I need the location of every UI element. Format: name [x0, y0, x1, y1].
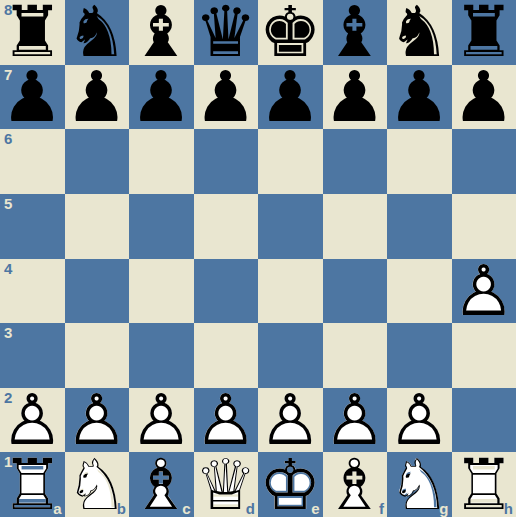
piece-white-pawn[interactable]: ♟♙ [452, 259, 516, 324]
piece-glyph-outline: ♙ [0, 388, 65, 453]
piece-glyph: ♚ [258, 0, 323, 65]
piece-glyph-outline: ♙ [129, 388, 194, 453]
piece-glyph: ♟ [129, 65, 194, 130]
square-d3[interactable] [194, 323, 259, 388]
piece-glyph: ♜ [452, 452, 516, 517]
square-e7[interactable]: ♟ [258, 65, 323, 130]
piece-glyph: ♜ [0, 452, 65, 517]
square-g7[interactable]: ♟ [387, 65, 452, 130]
square-b6[interactable] [65, 129, 130, 194]
square-d5[interactable] [194, 194, 259, 259]
piece-glyph: ♟ [387, 65, 452, 130]
square-h1[interactable]: h♜♖ [452, 452, 516, 517]
rank-label-5: 5 [4, 196, 12, 211]
square-f3[interactable] [323, 323, 388, 388]
square-e4[interactable] [258, 259, 323, 324]
piece-glyph-outline: ♙ [387, 388, 452, 453]
piece-glyph-outline: ♙ [194, 388, 259, 453]
piece-black-bishop[interactable]: ♝ [129, 0, 194, 65]
square-a2[interactable]: 2♟♙ [0, 388, 65, 453]
piece-white-rook[interactable]: ♜♖ [0, 452, 65, 517]
piece-glyph-outline: ♘ [65, 452, 130, 517]
piece-glyph: ♞ [387, 452, 452, 517]
square-a3[interactable]: 3 [0, 323, 65, 388]
square-f1[interactable]: f♝♗ [323, 452, 388, 517]
square-c2[interactable]: ♟♙ [129, 388, 194, 453]
piece-black-pawn[interactable]: ♟ [0, 65, 65, 130]
piece-glyph: ♟ [258, 65, 323, 130]
piece-glyph: ♛ [194, 0, 259, 65]
piece-glyph-outline: ♙ [258, 388, 323, 453]
square-b3[interactable] [65, 323, 130, 388]
piece-glyph: ♟ [323, 65, 388, 130]
square-e5[interactable] [258, 194, 323, 259]
piece-glyph-outline: ♗ [129, 452, 194, 517]
square-a8[interactable]: 8♜ [0, 0, 65, 65]
square-g8[interactable]: ♞ [387, 0, 452, 65]
square-f6[interactable] [323, 129, 388, 194]
piece-glyph: ♝ [129, 452, 194, 517]
piece-glyph: ♟ [323, 388, 388, 453]
square-g6[interactable] [387, 129, 452, 194]
piece-glyph: ♚ [258, 452, 323, 517]
piece-white-queen[interactable]: ♛♕ [194, 452, 259, 517]
piece-black-pawn[interactable]: ♟ [65, 65, 130, 130]
square-g3[interactable] [387, 323, 452, 388]
piece-glyph: ♞ [65, 452, 130, 517]
square-a5[interactable]: 5 [0, 194, 65, 259]
piece-glyph: ♟ [387, 388, 452, 453]
piece-glyph: ♛ [194, 452, 259, 517]
piece-black-pawn[interactable]: ♟ [194, 65, 259, 130]
piece-glyph: ♟ [65, 65, 130, 130]
piece-black-pawn[interactable]: ♟ [258, 65, 323, 130]
piece-glyph: ♟ [258, 388, 323, 453]
square-f5[interactable] [323, 194, 388, 259]
piece-glyph-outline: ♔ [258, 452, 323, 517]
square-h7[interactable]: ♟ [452, 65, 516, 130]
square-f8[interactable]: ♝ [323, 0, 388, 65]
piece-glyph-outline: ♘ [387, 452, 452, 517]
square-b1[interactable]: b♞♘ [65, 452, 130, 517]
square-a4[interactable]: 4 [0, 259, 65, 324]
piece-glyph-outline: ♙ [65, 388, 130, 453]
square-e6[interactable] [258, 129, 323, 194]
square-g5[interactable] [387, 194, 452, 259]
piece-black-knight[interactable]: ♞ [387, 0, 452, 65]
square-h6[interactable] [452, 129, 516, 194]
rank-label-6: 6 [4, 131, 12, 146]
piece-black-pawn[interactable]: ♟ [323, 65, 388, 130]
square-a7[interactable]: 7♟ [0, 65, 65, 130]
square-d6[interactable] [194, 129, 259, 194]
square-c7[interactable]: ♟ [129, 65, 194, 130]
piece-white-pawn[interactable]: ♟♙ [194, 388, 259, 453]
square-e2[interactable]: ♟♙ [258, 388, 323, 453]
piece-black-rook[interactable]: ♜ [452, 0, 516, 65]
piece-black-knight[interactable]: ♞ [65, 0, 130, 65]
piece-white-pawn[interactable]: ♟♙ [323, 388, 388, 453]
piece-glyph-outline: ♖ [452, 452, 516, 517]
rank-label-4: 4 [4, 261, 12, 276]
piece-glyph: ♝ [129, 0, 194, 65]
piece-white-pawn[interactable]: ♟♙ [0, 388, 65, 453]
piece-black-pawn[interactable]: ♟ [387, 65, 452, 130]
piece-glyph: ♝ [323, 452, 388, 517]
square-b8[interactable]: ♞ [65, 0, 130, 65]
piece-glyph: ♟ [0, 388, 65, 453]
square-e3[interactable] [258, 323, 323, 388]
square-d8[interactable]: ♛ [194, 0, 259, 65]
square-c1[interactable]: c♝♗ [129, 452, 194, 517]
square-h2[interactable] [452, 388, 516, 453]
piece-glyph: ♝ [323, 0, 388, 65]
piece-glyph: ♜ [452, 0, 516, 65]
square-g1[interactable]: g♞♘ [387, 452, 452, 517]
piece-glyph: ♞ [387, 0, 452, 65]
square-g2[interactable]: ♟♙ [387, 388, 452, 453]
square-c8[interactable]: ♝ [129, 0, 194, 65]
piece-white-pawn[interactable]: ♟♙ [387, 388, 452, 453]
piece-black-king[interactable]: ♚ [258, 0, 323, 65]
square-b2[interactable]: ♟♙ [65, 388, 130, 453]
piece-glyph-outline: ♙ [323, 388, 388, 453]
square-d7[interactable]: ♟ [194, 65, 259, 130]
piece-glyph: ♜ [0, 0, 65, 65]
piece-white-knight[interactable]: ♞♘ [65, 452, 130, 517]
piece-white-pawn[interactable]: ♟♙ [65, 388, 130, 453]
piece-glyph: ♟ [194, 388, 259, 453]
square-c4[interactable] [129, 259, 194, 324]
square-c6[interactable] [129, 129, 194, 194]
piece-glyph-outline: ♖ [0, 452, 65, 517]
piece-glyph: ♟ [452, 259, 516, 324]
rank-label-3: 3 [4, 325, 12, 340]
square-f4[interactable] [323, 259, 388, 324]
piece-white-pawn[interactable]: ♟♙ [258, 388, 323, 453]
chess-board: 8♜♞♝♛♚♝♞♜7♟♟♟♟♟♟♟♟654♟♙32♟♙♟♙♟♙♟♙♟♙♟♙♟♙1… [0, 0, 516, 517]
square-h8[interactable]: ♜ [452, 0, 516, 65]
square-a1[interactable]: 1a♜♖ [0, 452, 65, 517]
piece-glyph: ♞ [65, 0, 130, 65]
piece-glyph-outline: ♗ [323, 452, 388, 517]
piece-white-knight[interactable]: ♞♘ [387, 452, 452, 517]
square-c3[interactable] [129, 323, 194, 388]
piece-glyph: ♟ [194, 65, 259, 130]
square-h3[interactable] [452, 323, 516, 388]
piece-white-bishop[interactable]: ♝♗ [129, 452, 194, 517]
piece-white-bishop[interactable]: ♝♗ [323, 452, 388, 517]
piece-black-pawn[interactable]: ♟ [129, 65, 194, 130]
square-d2[interactable]: ♟♙ [194, 388, 259, 453]
square-d4[interactable] [194, 259, 259, 324]
square-a6[interactable]: 6 [0, 129, 65, 194]
square-h4[interactable]: ♟♙ [452, 259, 516, 324]
piece-black-rook[interactable]: ♜ [0, 0, 65, 65]
square-c5[interactable] [129, 194, 194, 259]
piece-white-pawn[interactable]: ♟♙ [129, 388, 194, 453]
piece-glyph: ♟ [65, 388, 130, 453]
square-b4[interactable] [65, 259, 130, 324]
piece-glyph: ♟ [452, 65, 516, 130]
square-g4[interactable] [387, 259, 452, 324]
square-d1[interactable]: d♛♕ [194, 452, 259, 517]
piece-glyph: ♟ [129, 388, 194, 453]
square-b7[interactable]: ♟ [65, 65, 130, 130]
piece-black-queen[interactable]: ♛ [194, 0, 259, 65]
square-e8[interactable]: ♚ [258, 0, 323, 65]
square-f7[interactable]: ♟ [323, 65, 388, 130]
square-h5[interactable] [452, 194, 516, 259]
square-e1[interactable]: e♚♔ [258, 452, 323, 517]
piece-glyph-outline: ♕ [194, 452, 259, 517]
piece-white-rook[interactable]: ♜♖ [452, 452, 516, 517]
piece-black-pawn[interactable]: ♟ [452, 65, 516, 130]
piece-glyph-outline: ♙ [452, 259, 516, 324]
piece-black-bishop[interactable]: ♝ [323, 0, 388, 65]
square-b5[interactable] [65, 194, 130, 259]
square-f2[interactable]: ♟♙ [323, 388, 388, 453]
piece-glyph: ♟ [0, 65, 65, 130]
piece-white-king[interactable]: ♚♔ [258, 452, 323, 517]
